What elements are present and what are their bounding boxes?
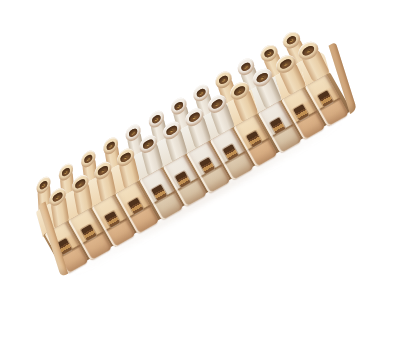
wire-entry-hole [222,144,238,161]
screw-bore [278,57,293,71]
brass-screw-head [169,129,173,133]
brass-screw-head [283,62,288,67]
screw-bore [120,151,132,164]
wire-entry-hole [104,211,120,228]
wire-entry-hole [270,117,286,134]
brass-screw-head [289,38,293,42]
brass-screw-head [146,142,150,146]
wire-entry-hole [80,224,96,241]
brass-screw-head [244,65,248,69]
screw-bore [165,124,178,138]
screw-bore [262,47,275,60]
brass-screw-head [199,91,203,95]
brass-screw-head [177,104,181,108]
wire-entry-hole [246,131,262,148]
brass-screw-head [222,78,226,82]
screw-bore [218,74,230,87]
screw-bore [173,100,184,113]
wire-entry-hole [175,171,191,188]
brass-screw-head [64,170,67,174]
brass-screw-head [55,195,59,199]
wire-entry-hole [199,157,215,174]
screw-bore [151,113,162,126]
wire-entry-hole [151,184,167,201]
terminal-strip [13,24,356,277]
brass-screw-head [42,184,45,188]
screw-bore [142,137,154,151]
wire-entry-hole [293,104,309,121]
screw-bore [285,34,298,47]
screw-bore [256,71,270,85]
screw-bore [106,140,116,153]
product-photo-canvas [0,0,400,350]
brass-screw-head [154,118,158,122]
screw-bore [52,191,63,204]
brass-screw-head [101,169,105,173]
brass-screw-head [87,157,90,161]
brass-screw-head [192,115,197,119]
screw-bore [233,84,247,98]
screw-bore [84,153,94,166]
screw-bore [61,166,70,178]
screw-bore [39,179,48,191]
brass-screw-head [109,144,113,148]
brass-screw-head [215,102,220,106]
screw-bore [97,164,109,177]
brass-screw-head [132,131,136,135]
wire-entry-hole [317,91,333,108]
screw-bore [240,60,252,73]
screw-bore [210,97,223,111]
brass-screw-head [306,49,311,54]
brass-screw-head [78,182,82,186]
screw-bore [128,126,138,139]
screw-bore [195,87,206,100]
wire-entry-hole [128,198,144,215]
screw-bore [74,177,85,190]
brass-screw-head [124,155,128,159]
brass-screw-head [237,89,242,93]
brass-screw-head [260,75,265,79]
screw-bore [301,44,316,58]
brass-screw-head [267,52,271,56]
screw-bore [188,111,201,125]
